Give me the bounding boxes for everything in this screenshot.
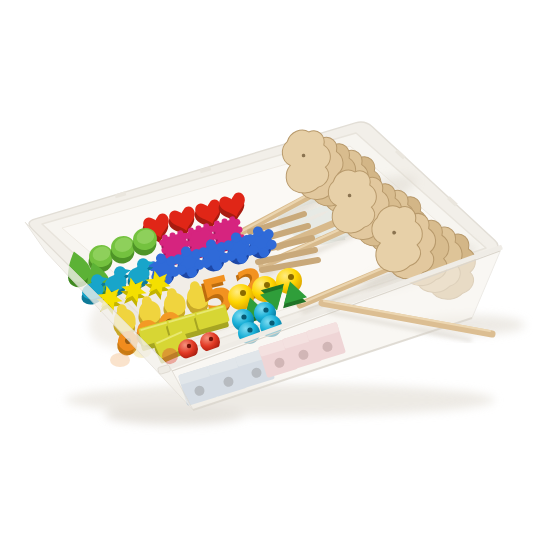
product-photo: 5 5 2 2 <box>0 0 533 533</box>
scene-canvas: 5 5 2 2 <box>0 0 533 533</box>
